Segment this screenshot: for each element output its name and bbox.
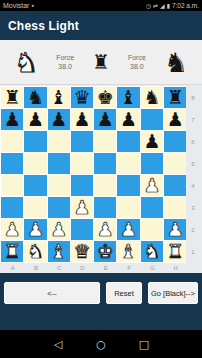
square-e8[interactable]: ♚ [94, 87, 116, 108]
square-b5[interactable] [24, 153, 46, 174]
black-piece: ♟ [27, 110, 44, 129]
square-g5[interactable] [141, 153, 163, 174]
white-piece: ♝ [120, 242, 137, 261]
square-e4[interactable] [94, 175, 116, 196]
black-piece: ♞ [27, 88, 44, 107]
white-piece: ♟ [120, 220, 137, 239]
white-force-label: Force [56, 53, 74, 62]
square-g4[interactable]: ♟ [141, 175, 163, 196]
clock-time: 7:02 a.m. [172, 2, 199, 9]
go-black-button[interactable]: Go [Black]--> [148, 282, 198, 304]
black-piece: ♝ [120, 88, 137, 107]
square-d6[interactable] [71, 131, 93, 152]
square-g8[interactable]: ♞ [141, 87, 163, 108]
file-label-h: H [164, 265, 187, 271]
white-knight-icon: ♞ [14, 49, 38, 76]
file-label-e: E [94, 265, 117, 271]
black-piece: ♝ [50, 88, 67, 107]
square-d2[interactable] [71, 219, 93, 240]
white-force-readout: Force 38.0 [56, 53, 74, 72]
square-c8[interactable]: ♝ [48, 87, 70, 108]
white-piece: ♞ [143, 242, 160, 261]
white-piece: ♟ [27, 220, 44, 239]
square-a7[interactable]: ♟ [1, 109, 23, 130]
square-b1[interactable]: ♞ [24, 241, 46, 262]
bottom-panel: <-- Reset Go [Black]--> [0, 273, 202, 330]
nav-recents-icon[interactable]: □ [138, 338, 150, 351]
white-force-value: 38.0 [56, 62, 74, 71]
square-f3[interactable] [117, 197, 139, 218]
square-f1[interactable]: ♝ [117, 241, 139, 262]
square-c5[interactable] [48, 153, 70, 174]
rank-label-6: 6 [186, 131, 199, 153]
white-piece: ♟ [74, 198, 91, 217]
square-e6[interactable] [94, 131, 116, 152]
square-a5[interactable] [1, 153, 23, 174]
app-title: Chess Light [8, 19, 79, 33]
carrier-label: Movistar [3, 2, 29, 9]
black-piece: ♜ [167, 88, 184, 107]
square-h2[interactable]: ♟ [164, 219, 186, 240]
square-d7[interactable]: ♟ [71, 109, 93, 130]
rank-label-3: 3 [186, 197, 199, 219]
black-piece: ♟ [143, 132, 160, 151]
square-d4[interactable] [71, 175, 93, 196]
square-a6[interactable] [1, 131, 23, 152]
square-a8[interactable]: ♜ [1, 87, 23, 108]
square-e5[interactable] [94, 153, 116, 174]
square-c1[interactable]: ♝ [48, 241, 70, 262]
square-f5[interactable] [117, 153, 139, 174]
square-c6[interactable] [48, 131, 70, 152]
square-d3[interactable]: ♟ [71, 197, 93, 218]
square-e7[interactable]: ♟ [94, 109, 116, 130]
nav-back-icon[interactable]: ◁ [52, 338, 64, 351]
black-piece: ♜ [4, 88, 21, 107]
square-b7[interactable]: ♟ [24, 109, 46, 130]
square-b3[interactable] [24, 197, 46, 218]
square-h4[interactable] [164, 175, 186, 196]
sim-icon: ▪ [31, 2, 33, 9]
square-g1[interactable]: ♞ [141, 241, 163, 262]
black-force-value: 38.0 [128, 62, 146, 71]
square-f2[interactable]: ♟ [117, 219, 139, 240]
square-h7[interactable]: ♟ [164, 109, 186, 130]
white-piece: ♛ [74, 242, 91, 261]
square-h3[interactable] [164, 197, 186, 218]
white-piece: ♞ [27, 242, 44, 261]
chess-board: ♜♞♝♛♚♝♞♜♟♟♟♟♟♟♟♟♟♟♟♟♟♟♟♟♜♞♝♛♚♝♞♜ [0, 86, 186, 263]
rank-label-4: 4 [186, 175, 199, 197]
file-label-f: F [117, 265, 140, 271]
file-label-c: C [48, 265, 71, 271]
square-g6[interactable]: ♟ [141, 131, 163, 152]
black-piece: ♚ [97, 88, 114, 107]
square-b8[interactable]: ♞ [24, 87, 46, 108]
file-label-a: A [1, 265, 24, 271]
square-c7[interactable]: ♟ [48, 109, 70, 130]
square-h6[interactable] [164, 131, 186, 152]
file-labels: ABCDEFGH [0, 263, 202, 273]
white-piece: ♜ [4, 242, 21, 261]
rank-label-8: 8 [186, 87, 199, 109]
nav-home-icon[interactable]: ○ [95, 338, 107, 351]
status-bar: Movistar ▪ ◷ ⇄ ◢ ▮ 7:02 a.m. [0, 0, 202, 11]
button-row: <-- Reset Go [Black]--> [0, 282, 202, 304]
square-b6[interactable] [24, 131, 46, 152]
white-piece: ♟ [4, 220, 21, 239]
battery-icon: ▮ [167, 2, 170, 9]
square-e1[interactable]: ♚ [94, 241, 116, 262]
white-piece: ♟ [50, 220, 67, 239]
square-b4[interactable] [24, 175, 46, 196]
square-h5[interactable] [164, 153, 186, 174]
board-section: ♜♞♝♛♚♝♞♜♟♟♟♟♟♟♟♟♟♟♟♟♟♟♟♟♜♞♝♛♚♝♞♜ 8765432… [0, 85, 202, 273]
android-nav-bar: ◁ ○ □ [0, 330, 202, 358]
square-d8[interactable]: ♛ [71, 87, 93, 108]
black-piece: ♞ [143, 88, 160, 107]
white-piece: ♟ [167, 220, 184, 239]
signal-icon: ◢ [160, 2, 165, 9]
square-a3[interactable] [1, 197, 23, 218]
square-a4[interactable] [1, 175, 23, 196]
square-d1[interactable]: ♛ [71, 241, 93, 262]
black-piece: ♛ [74, 88, 91, 107]
file-label-b: B [24, 265, 47, 271]
square-f6[interactable] [117, 131, 139, 152]
square-b2[interactable]: ♟ [24, 219, 46, 240]
black-piece: ♟ [97, 110, 114, 129]
title-bar: Chess Light [0, 11, 202, 40]
square-f8[interactable]: ♝ [117, 87, 139, 108]
white-piece: ♟ [97, 220, 114, 239]
reset-button[interactable]: Reset [106, 282, 142, 304]
rank-label-2: 2 [186, 219, 199, 241]
rank-labels: 87654321 [186, 86, 199, 263]
square-h8[interactable]: ♜ [164, 87, 186, 108]
undo-button[interactable]: <-- [4, 282, 100, 304]
black-piece: ♟ [74, 110, 91, 129]
white-piece: ♚ [97, 242, 114, 261]
black-piece: ♟ [50, 110, 67, 129]
square-g7[interactable] [141, 109, 163, 130]
square-c4[interactable] [48, 175, 70, 196]
square-a2[interactable]: ♟ [1, 219, 23, 240]
rank-label-7: 7 [186, 109, 199, 131]
square-g2[interactable] [141, 219, 163, 240]
rank-label-5: 5 [186, 153, 199, 175]
file-label-g: G [141, 265, 164, 271]
square-c2[interactable]: ♟ [48, 219, 70, 240]
rank-label-1: 1 [186, 241, 199, 263]
square-d5[interactable] [71, 153, 93, 174]
square-f4[interactable] [117, 175, 139, 196]
white-piece: ♝ [50, 242, 67, 261]
square-h1[interactable]: ♜ [164, 241, 186, 262]
square-a1[interactable]: ♜ [1, 241, 23, 262]
file-label-d: D [71, 265, 94, 271]
alarm-icon: ◷ [146, 2, 151, 9]
force-panel: ♞ Force 38.0 ♜ Force 38.0 ♞ [0, 40, 202, 85]
data-icon: ⇄ [153, 2, 158, 9]
black-force-label: Force [128, 53, 146, 62]
square-c3[interactable] [48, 197, 70, 218]
white-piece: ♟ [143, 176, 160, 195]
black-force-readout: Force 38.0 [128, 53, 146, 72]
square-e2[interactable]: ♟ [94, 219, 116, 240]
app-screen: Movistar ▪ ◷ ⇄ ◢ ▮ 7:02 a.m. Chess Light… [0, 0, 202, 358]
square-e3[interactable] [94, 197, 116, 218]
white-piece: ♜ [167, 242, 184, 261]
square-f7[interactable]: ♟ [117, 109, 139, 130]
turn-rook-icon: ♜ [92, 52, 110, 72]
black-piece: ♟ [120, 110, 137, 129]
black-piece: ♟ [4, 110, 21, 129]
black-piece: ♟ [167, 110, 184, 129]
black-knight-icon: ♞ [164, 49, 188, 76]
square-g3[interactable] [141, 197, 163, 218]
